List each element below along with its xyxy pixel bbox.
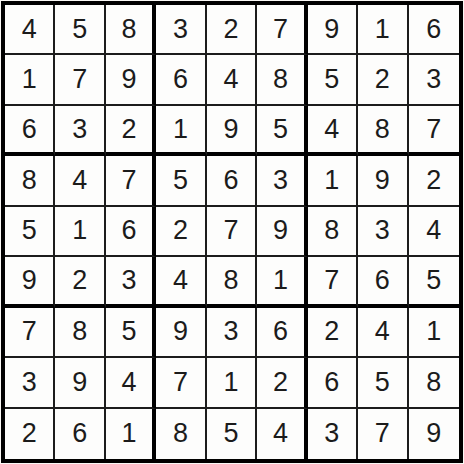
cell-r5c5[interactable]: 7 <box>207 207 257 257</box>
cell-r9c9[interactable]: 9 <box>409 409 459 459</box>
cell-r4c6[interactable]: 3 <box>257 156 307 206</box>
cell-r5c3[interactable]: 6 <box>106 207 156 257</box>
cell-r3c3[interactable]: 2 <box>106 106 156 156</box>
cell-r1c6[interactable]: 7 <box>257 5 307 55</box>
cell-r2c4[interactable]: 6 <box>156 55 206 105</box>
sudoku-board: 4583279161796485236321954878475631925162… <box>1 1 463 463</box>
cell-r9c8[interactable]: 7 <box>358 409 408 459</box>
cell-r6c8[interactable]: 6 <box>358 257 408 307</box>
cell-r2c2[interactable]: 7 <box>55 55 105 105</box>
cell-r3c9[interactable]: 7 <box>409 106 459 156</box>
cell-r7c3[interactable]: 5 <box>106 308 156 358</box>
cell-r7c1[interactable]: 7 <box>5 308 55 358</box>
cell-r6c7[interactable]: 7 <box>308 257 358 307</box>
cell-r5c9[interactable]: 4 <box>409 207 459 257</box>
cell-r5c2[interactable]: 1 <box>55 207 105 257</box>
cell-r4c4[interactable]: 5 <box>156 156 206 206</box>
cell-r6c1[interactable]: 9 <box>5 257 55 307</box>
cell-r1c1[interactable]: 4 <box>5 5 55 55</box>
cell-r6c3[interactable]: 3 <box>106 257 156 307</box>
cell-r3c5[interactable]: 9 <box>207 106 257 156</box>
cell-r9c1[interactable]: 2 <box>5 409 55 459</box>
cell-r8c9[interactable]: 8 <box>409 358 459 408</box>
cell-r7c4[interactable]: 9 <box>156 308 206 358</box>
cell-r3c8[interactable]: 8 <box>358 106 408 156</box>
cell-r9c2[interactable]: 6 <box>55 409 105 459</box>
cell-r1c2[interactable]: 5 <box>55 5 105 55</box>
cell-r8c1[interactable]: 3 <box>5 358 55 408</box>
cell-r2c8[interactable]: 2 <box>358 55 408 105</box>
cell-r3c4[interactable]: 1 <box>156 106 206 156</box>
cell-r3c6[interactable]: 5 <box>257 106 307 156</box>
cell-r7c8[interactable]: 4 <box>358 308 408 358</box>
cell-r7c7[interactable]: 2 <box>308 308 358 358</box>
cell-r9c6[interactable]: 4 <box>257 409 307 459</box>
cell-r9c3[interactable]: 1 <box>106 409 156 459</box>
cell-r4c8[interactable]: 9 <box>358 156 408 206</box>
cell-r5c1[interactable]: 5 <box>5 207 55 257</box>
cell-r6c2[interactable]: 2 <box>55 257 105 307</box>
cell-r3c7[interactable]: 4 <box>308 106 358 156</box>
cell-r4c9[interactable]: 2 <box>409 156 459 206</box>
cell-r9c5[interactable]: 5 <box>207 409 257 459</box>
cell-r8c2[interactable]: 9 <box>55 358 105 408</box>
cell-r3c1[interactable]: 6 <box>5 106 55 156</box>
cell-r1c5[interactable]: 2 <box>207 5 257 55</box>
cell-r1c4[interactable]: 3 <box>156 5 206 55</box>
cell-r2c7[interactable]: 5 <box>308 55 358 105</box>
cell-r4c2[interactable]: 4 <box>55 156 105 206</box>
cell-r1c9[interactable]: 6 <box>409 5 459 55</box>
cell-r7c2[interactable]: 8 <box>55 308 105 358</box>
cell-r2c9[interactable]: 3 <box>409 55 459 105</box>
cell-r4c7[interactable]: 1 <box>308 156 358 206</box>
cell-r5c8[interactable]: 3 <box>358 207 408 257</box>
cell-r6c4[interactable]: 4 <box>156 257 206 307</box>
cell-r2c6[interactable]: 8 <box>257 55 307 105</box>
cell-r9c4[interactable]: 8 <box>156 409 206 459</box>
cell-r2c5[interactable]: 4 <box>207 55 257 105</box>
cell-r8c6[interactable]: 2 <box>257 358 307 408</box>
cell-r3c2[interactable]: 3 <box>55 106 105 156</box>
cell-r2c1[interactable]: 1 <box>5 55 55 105</box>
cell-r8c7[interactable]: 6 <box>308 358 358 408</box>
cell-r8c4[interactable]: 7 <box>156 358 206 408</box>
cell-r7c5[interactable]: 3 <box>207 308 257 358</box>
cell-r5c4[interactable]: 2 <box>156 207 206 257</box>
cell-r5c7[interactable]: 8 <box>308 207 358 257</box>
cell-r7c6[interactable]: 6 <box>257 308 307 358</box>
cell-r6c5[interactable]: 8 <box>207 257 257 307</box>
cell-r5c6[interactable]: 9 <box>257 207 307 257</box>
cell-r8c3[interactable]: 4 <box>106 358 156 408</box>
cell-r6c9[interactable]: 5 <box>409 257 459 307</box>
cell-r1c7[interactable]: 9 <box>308 5 358 55</box>
cell-r8c5[interactable]: 1 <box>207 358 257 408</box>
cell-r6c6[interactable]: 1 <box>257 257 307 307</box>
cell-r9c7[interactable]: 3 <box>308 409 358 459</box>
cell-r2c3[interactable]: 9 <box>106 55 156 105</box>
cell-r7c9[interactable]: 1 <box>409 308 459 358</box>
cell-r1c3[interactable]: 8 <box>106 5 156 55</box>
cell-r4c5[interactable]: 6 <box>207 156 257 206</box>
cell-r1c8[interactable]: 1 <box>358 5 408 55</box>
cell-r8c8[interactable]: 5 <box>358 358 408 408</box>
cell-r4c3[interactable]: 7 <box>106 156 156 206</box>
cell-r4c1[interactable]: 8 <box>5 156 55 206</box>
